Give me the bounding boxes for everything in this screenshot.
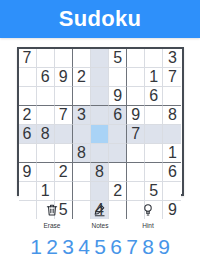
hint-button[interactable]: Hint [124,203,172,230]
number-button-8[interactable]: 8 [142,235,154,259]
sudoku-cell-r8c7[interactable] [127,182,145,201]
sudoku-cell-r6c3[interactable] [55,144,73,163]
sudoku-cell-r1c5[interactable] [91,49,109,68]
sudoku-cell-r6c8[interactable] [145,144,163,163]
notes-button[interactable]: Notes [76,203,124,230]
sudoku-cell-r5c1[interactable]: 6 [19,125,37,144]
pencil-icon [93,203,107,220]
sudoku-cell-r5c4[interactable] [73,125,91,144]
sudoku-cell-r4c3[interactable]: 7 [55,106,73,125]
sudoku-cell-r8c6[interactable]: 2 [109,182,127,201]
sudoku-cell-r6c5[interactable] [91,144,109,163]
sudoku-cell-r7c1[interactable]: 9 [19,163,37,182]
sudoku-cell-r7c8[interactable] [145,163,163,182]
number-button-6[interactable]: 6 [110,235,122,259]
sudoku-cell-r6c9[interactable]: 1 [163,144,181,163]
sudoku-cell-r8c1[interactable] [19,182,37,201]
sudoku-cell-r4c2[interactable] [37,106,55,125]
sudoku-cell-r4c8[interactable] [145,106,163,125]
sudoku-cell-r2c3[interactable]: 9 [55,68,73,87]
sudoku-cell-r4c1[interactable]: 2 [19,106,37,125]
sudoku-cell-r1c4[interactable] [73,49,91,68]
sudoku-cell-r5c6[interactable] [109,125,127,144]
app: Sudoku 7536921796273698687819286125549 E… [0,0,200,266]
sudoku-cell-r1c9[interactable]: 3 [163,49,181,68]
lightbulb-icon [141,203,155,220]
sudoku-cell-r3c5[interactable] [91,87,109,106]
sudoku-cell-r3c9[interactable] [163,87,181,106]
sudoku-cell-r2c9[interactable]: 7 [163,68,181,87]
sudoku-cell-r3c6[interactable]: 9 [109,87,127,106]
sudoku-cell-r2c6[interactable] [109,68,127,87]
number-button-5[interactable]: 5 [94,235,106,259]
sudoku-cell-r4c9[interactable]: 8 [163,106,181,125]
sudoku-cell-r7c3[interactable]: 2 [55,163,73,182]
sudoku-cell-r6c2[interactable] [37,144,55,163]
sudoku-cell-r8c5[interactable] [91,182,109,201]
sudoku-cell-r2c2[interactable]: 6 [37,68,55,87]
sudoku-cell-r6c7[interactable] [127,144,145,163]
sudoku-cell-r3c4[interactable] [73,87,91,106]
sudoku-cell-r4c5[interactable] [91,106,109,125]
number-button-9[interactable]: 9 [158,235,170,259]
sudoku-cell-r8c4[interactable] [73,182,91,201]
sudoku-cell-r3c2[interactable] [37,87,55,106]
sudoku-cell-r4c7[interactable]: 9 [127,106,145,125]
sudoku-cell-r5c3[interactable] [55,125,73,144]
sudoku-cell-r7c2[interactable] [37,163,55,182]
sudoku-cell-r5c9[interactable] [163,125,181,144]
number-pad: 123456789 [0,235,200,259]
sudoku-cell-r1c2[interactable] [37,49,55,68]
erase-button[interactable]: Erase [28,203,76,230]
sudoku-cell-r6c1[interactable] [19,144,37,163]
sudoku-cell-r8c3[interactable] [55,182,73,201]
trash-icon [45,203,59,220]
sudoku-cell-r6c4[interactable]: 8 [73,144,91,163]
sudoku-cell-r7c9[interactable]: 6 [163,163,181,182]
sudoku-cell-r2c4[interactable]: 2 [73,68,91,87]
app-header: Sudoku [0,0,200,38]
sudoku-cell-r1c1[interactable]: 7 [19,49,37,68]
sudoku-cell-r5c7[interactable]: 7 [127,125,145,144]
hint-label: Hint [142,222,154,230]
number-button-1[interactable]: 1 [30,235,42,259]
sudoku-cell-r2c8[interactable]: 1 [145,68,163,87]
sudoku-cell-r8c2[interactable]: 1 [37,182,55,201]
sudoku-cell-r4c4[interactable]: 3 [73,106,91,125]
sudoku-board: 7536921796273698687819286125549 [17,47,184,196]
sudoku-cell-r8c8[interactable]: 5 [145,182,163,201]
sudoku-cell-r7c4[interactable] [73,163,91,182]
sudoku-cell-r5c2[interactable]: 8 [37,125,55,144]
toolbar: Erase Notes Hi [0,203,200,230]
sudoku-cell-r1c8[interactable] [145,49,163,68]
sudoku-cell-r5c8[interactable] [145,125,163,144]
sudoku-cell-r2c7[interactable] [127,68,145,87]
sudoku-cell-r6c6[interactable] [109,144,127,163]
number-button-3[interactable]: 3 [62,235,74,259]
sudoku-cell-r7c7[interactable] [127,163,145,182]
notes-label: Notes [92,222,109,230]
sudoku-cell-r1c6[interactable]: 5 [109,49,127,68]
sudoku-cell-r2c1[interactable] [19,68,37,87]
number-button-4[interactable]: 4 [78,235,90,259]
sudoku-cell-r4c6[interactable]: 6 [109,106,127,125]
sudoku-cell-r3c7[interactable] [127,87,145,106]
erase-label: Erase [44,222,61,230]
sudoku-cell-r5c5[interactable] [91,125,109,144]
number-button-7[interactable]: 7 [126,235,138,259]
number-button-2[interactable]: 2 [46,235,58,259]
sudoku-cell-r7c6[interactable] [109,163,127,182]
sudoku-cell-r7c5[interactable]: 8 [91,163,109,182]
sudoku-cell-r1c3[interactable] [55,49,73,68]
sudoku-cell-r2c5[interactable] [91,68,109,87]
sudoku-cell-r3c8[interactable]: 6 [145,87,163,106]
sudoku-cell-r3c1[interactable] [19,87,37,106]
sudoku-cell-r8c9[interactable] [163,182,181,201]
sudoku-cell-r3c3[interactable] [55,87,73,106]
sudoku-cell-r1c7[interactable] [127,49,145,68]
app-title: Sudoku [59,6,141,32]
